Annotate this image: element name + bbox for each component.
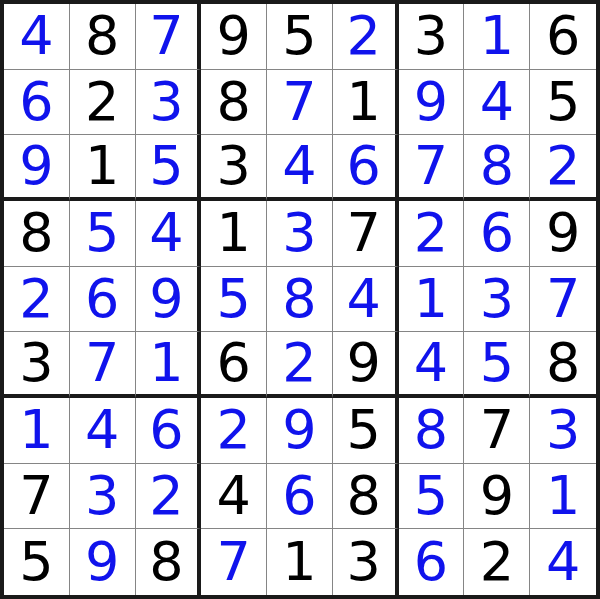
cell-r1c7[interactable]: 3 [399, 4, 465, 70]
cell-r8c2[interactable]: 3 [70, 464, 136, 530]
cell-r3c5[interactable]: 4 [267, 135, 333, 201]
cell-r8c9[interactable]: 1 [530, 464, 596, 530]
cell-r7c8[interactable]: 7 [464, 398, 530, 464]
cell-r5c5[interactable]: 8 [267, 267, 333, 333]
cell-r6c9[interactable]: 8 [530, 332, 596, 398]
cell-r9c8[interactable]: 2 [464, 529, 530, 595]
cell-r8c5[interactable]: 6 [267, 464, 333, 530]
cell-r1c9[interactable]: 6 [530, 4, 596, 70]
cell-r8c4[interactable]: 4 [201, 464, 267, 530]
cell-r7c3[interactable]: 6 [136, 398, 202, 464]
cell-r5c1[interactable]: 2 [4, 267, 70, 333]
cell-r3c2[interactable]: 1 [70, 135, 136, 201]
cell-r9c7[interactable]: 6 [399, 529, 465, 595]
cell-r9c4[interactable]: 7 [201, 529, 267, 595]
cell-r2c7[interactable]: 9 [399, 70, 465, 136]
cell-r3c7[interactable]: 7 [399, 135, 465, 201]
cell-r1c8[interactable]: 1 [464, 4, 530, 70]
cell-r9c9[interactable]: 4 [530, 529, 596, 595]
cell-r6c5[interactable]: 2 [267, 332, 333, 398]
cell-r4c2[interactable]: 5 [70, 201, 136, 267]
cell-r9c6[interactable]: 3 [333, 529, 399, 595]
cell-r8c6[interactable]: 8 [333, 464, 399, 530]
cell-r7c9[interactable]: 3 [530, 398, 596, 464]
cell-r2c5[interactable]: 7 [267, 70, 333, 136]
cell-r2c6[interactable]: 1 [333, 70, 399, 136]
cell-r6c8[interactable]: 5 [464, 332, 530, 398]
cell-r5c8[interactable]: 3 [464, 267, 530, 333]
cell-r1c5[interactable]: 5 [267, 4, 333, 70]
cell-r4c6[interactable]: 7 [333, 201, 399, 267]
cell-r7c6[interactable]: 5 [333, 398, 399, 464]
sudoku-board: 4879523166238719459153467828541372692695… [0, 0, 600, 599]
cell-r4c9[interactable]: 9 [530, 201, 596, 267]
cell-r6c4[interactable]: 6 [201, 332, 267, 398]
cell-r4c4[interactable]: 1 [201, 201, 267, 267]
cell-r4c3[interactable]: 4 [136, 201, 202, 267]
cell-r8c8[interactable]: 9 [464, 464, 530, 530]
cell-r5c6[interactable]: 4 [333, 267, 399, 333]
cell-r4c1[interactable]: 8 [4, 201, 70, 267]
cell-r1c2[interactable]: 8 [70, 4, 136, 70]
cell-r2c8[interactable]: 4 [464, 70, 530, 136]
cell-r6c3[interactable]: 1 [136, 332, 202, 398]
cell-r2c2[interactable]: 2 [70, 70, 136, 136]
cell-r3c3[interactable]: 5 [136, 135, 202, 201]
cell-r7c5[interactable]: 9 [267, 398, 333, 464]
cell-r8c1[interactable]: 7 [4, 464, 70, 530]
cell-r7c2[interactable]: 4 [70, 398, 136, 464]
cell-r4c8[interactable]: 6 [464, 201, 530, 267]
cell-r3c6[interactable]: 6 [333, 135, 399, 201]
cell-r5c9[interactable]: 7 [530, 267, 596, 333]
cell-r4c7[interactable]: 2 [399, 201, 465, 267]
cell-r3c9[interactable]: 2 [530, 135, 596, 201]
cell-r5c3[interactable]: 9 [136, 267, 202, 333]
cell-r2c4[interactable]: 8 [201, 70, 267, 136]
cell-r1c3[interactable]: 7 [136, 4, 202, 70]
cell-r3c8[interactable]: 8 [464, 135, 530, 201]
cell-r1c1[interactable]: 4 [4, 4, 70, 70]
cell-r9c1[interactable]: 5 [4, 529, 70, 595]
cell-r9c2[interactable]: 9 [70, 529, 136, 595]
cell-r3c1[interactable]: 9 [4, 135, 70, 201]
cell-r7c4[interactable]: 2 [201, 398, 267, 464]
cell-r6c6[interactable]: 9 [333, 332, 399, 398]
cell-r9c3[interactable]: 8 [136, 529, 202, 595]
cell-r7c7[interactable]: 8 [399, 398, 465, 464]
cell-r8c7[interactable]: 5 [399, 464, 465, 530]
cell-r1c6[interactable]: 2 [333, 4, 399, 70]
cell-r9c5[interactable]: 1 [267, 529, 333, 595]
cell-r2c9[interactable]: 5 [530, 70, 596, 136]
sudoku-puzzle: 4879523166238719459153467828541372692695… [0, 0, 600, 599]
cell-r6c1[interactable]: 3 [4, 332, 70, 398]
cell-r2c1[interactable]: 6 [4, 70, 70, 136]
cell-r3c4[interactable]: 3 [201, 135, 267, 201]
cell-r6c2[interactable]: 7 [70, 332, 136, 398]
cell-r6c7[interactable]: 4 [399, 332, 465, 398]
cell-r5c4[interactable]: 5 [201, 267, 267, 333]
cell-r7c1[interactable]: 1 [4, 398, 70, 464]
cell-r8c3[interactable]: 2 [136, 464, 202, 530]
cell-r2c3[interactable]: 3 [136, 70, 202, 136]
cell-r5c2[interactable]: 6 [70, 267, 136, 333]
cell-r5c7[interactable]: 1 [399, 267, 465, 333]
cell-r1c4[interactable]: 9 [201, 4, 267, 70]
cell-r4c5[interactable]: 3 [267, 201, 333, 267]
